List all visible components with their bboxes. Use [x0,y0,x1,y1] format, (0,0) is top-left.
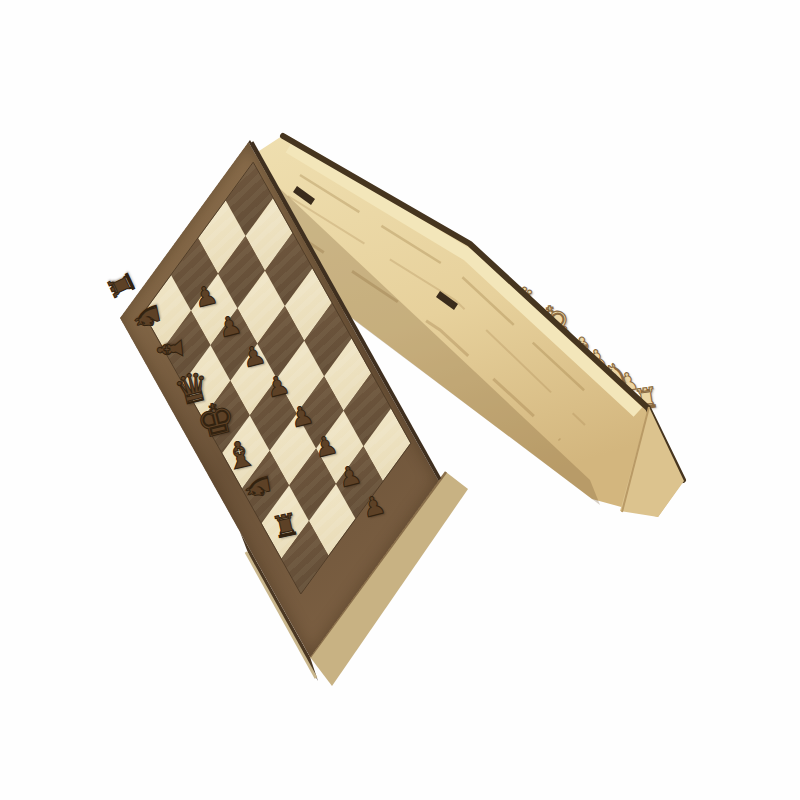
chess-set-photo: ♟♟♟♟♟♟♟♟♜♞♝♛♚♝♞♜ [0,0,800,800]
walnut-half-board [120,140,440,657]
light-pieces-layer: ♟♟♟♟♟♟♟♟♜♞♝♛♚♝♞♜ [0,0,800,800]
lid-end-face [620,407,684,517]
light-pawn: ♟ [460,254,485,281]
light-pawn: ♟ [429,231,454,258]
light-bishop: ♝ [472,262,506,299]
light-pawn: ♟ [398,208,423,235]
hinge-slot-icon [436,291,458,310]
light-rook: ♜ [412,220,441,251]
light-king: ♚ [530,299,573,346]
light-pawn: ♟ [553,323,578,350]
light-knight: ♞ [442,241,473,274]
light-bishop: ♝ [566,331,600,368]
light-queen: ♛ [500,280,539,322]
board-grid [144,163,411,593]
hinge-slot-icon [293,186,315,205]
light-pawn: ♟ [522,300,547,327]
lid-and-box-sides [0,0,800,800]
light-pawn: ♟ [584,346,609,373]
light-rook: ♜ [632,383,661,414]
light-pawn: ♟ [615,369,640,396]
light-pawn: ♟ [491,277,516,304]
light-knight: ♞ [600,358,631,391]
dark-pieces-layer: ♟♟♟♟♟♟♟♟♜♞♝♛♚♝♞♜ [0,0,800,800]
